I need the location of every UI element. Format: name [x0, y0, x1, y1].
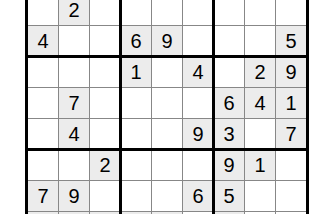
cell-r5c5[interactable]: [152, 88, 182, 118]
box-divider-horizontal-1: [25, 55, 309, 58]
cell-r3c3[interactable]: [90, 26, 120, 56]
cell-r4c4: 1: [121, 57, 151, 87]
cell-r7c9[interactable]: [276, 150, 306, 180]
cell-r5c4[interactable]: [121, 88, 151, 118]
sudoku-board: 246951429764149372917965: [25, 0, 309, 214]
cell-r9c8[interactable]: [245, 212, 275, 214]
cell-r8c4[interactable]: [121, 181, 151, 211]
cell-r3c7[interactable]: [214, 26, 244, 56]
cell-r9c5[interactable]: [152, 212, 182, 214]
cell-r7c1[interactable]: [28, 150, 58, 180]
cell-r2c5[interactable]: [152, 0, 182, 25]
cell-r4c2[interactable]: [59, 57, 89, 87]
cell-r6c4[interactable]: [121, 119, 151, 149]
cell-r4c1[interactable]: [28, 57, 58, 87]
cell-r8c5[interactable]: [152, 181, 182, 211]
cell-r6c5[interactable]: [152, 119, 182, 149]
cell-r8c2: 9: [59, 181, 89, 211]
box-divider-vertical-1: [119, 0, 122, 214]
box-divider-vertical-2: [212, 0, 215, 214]
cell-r2c6[interactable]: [183, 0, 213, 25]
cell-r6c1[interactable]: [28, 119, 58, 149]
cell-r2c9[interactable]: [276, 0, 306, 25]
cell-r5c8: 4: [245, 88, 275, 118]
cell-r3c1: 4: [28, 26, 58, 56]
box-divider-horizontal-2: [25, 148, 309, 151]
cell-r7c4[interactable]: [121, 150, 151, 180]
cell-r6c2: 4: [59, 119, 89, 149]
cell-r7c2[interactable]: [59, 150, 89, 180]
cell-r5c1[interactable]: [28, 88, 58, 118]
cell-r7c8: 1: [245, 150, 275, 180]
cell-r4c3[interactable]: [90, 57, 120, 87]
cell-r5c2: 7: [59, 88, 89, 118]
cell-r8c3[interactable]: [90, 181, 120, 211]
cell-r5c6[interactable]: [183, 88, 213, 118]
cell-r6c9: 7: [276, 119, 306, 149]
cell-r2c3[interactable]: [90, 0, 120, 25]
cell-r3c5: 9: [152, 26, 182, 56]
cell-r7c6[interactable]: [183, 150, 213, 180]
cell-r4c7[interactable]: [214, 57, 244, 87]
cell-r8c6: 6: [183, 181, 213, 211]
cell-r4c9: 9: [276, 57, 306, 87]
cell-r9c4[interactable]: [121, 212, 151, 214]
cell-r8c7: 5: [214, 181, 244, 211]
cell-r9c3[interactable]: [90, 212, 120, 214]
cell-r4c8: 2: [245, 57, 275, 87]
cell-r5c9: 1: [276, 88, 306, 118]
cell-r9c9[interactable]: [276, 212, 306, 214]
cell-r9c2[interactable]: [59, 212, 89, 214]
cell-r2c8[interactable]: [245, 0, 275, 25]
cell-r3c4: 6: [121, 26, 151, 56]
cell-r2c2: 2: [59, 0, 89, 25]
cell-r3c8[interactable]: [245, 26, 275, 56]
cell-r6c8[interactable]: [245, 119, 275, 149]
cell-r4c6: 4: [183, 57, 213, 87]
cell-r2c4[interactable]: [121, 0, 151, 25]
cell-r7c7: 9: [214, 150, 244, 180]
cell-r9c7[interactable]: [214, 212, 244, 214]
cell-r2c1[interactable]: [28, 0, 58, 25]
cell-r7c3: 2: [90, 150, 120, 180]
cell-r5c7: 6: [214, 88, 244, 118]
cell-r6c3[interactable]: [90, 119, 120, 149]
cell-r5c3[interactable]: [90, 88, 120, 118]
cell-r9c6[interactable]: [183, 212, 213, 214]
cell-r3c9: 5: [276, 26, 306, 56]
sudoku-viewport: 246951429764149372917965: [0, 0, 320, 214]
cell-r2c7[interactable]: [214, 0, 244, 25]
cell-r4c5[interactable]: [152, 57, 182, 87]
cell-r9c1[interactable]: [28, 212, 58, 214]
cell-r3c6[interactable]: [183, 26, 213, 56]
cell-r6c7: 3: [214, 119, 244, 149]
cell-r6c6: 9: [183, 119, 213, 149]
cell-r8c1: 7: [28, 181, 58, 211]
cell-r7c5[interactable]: [152, 150, 182, 180]
cell-r8c8[interactable]: [245, 181, 275, 211]
cell-r3c2[interactable]: [59, 26, 89, 56]
cell-r8c9[interactable]: [276, 181, 306, 211]
